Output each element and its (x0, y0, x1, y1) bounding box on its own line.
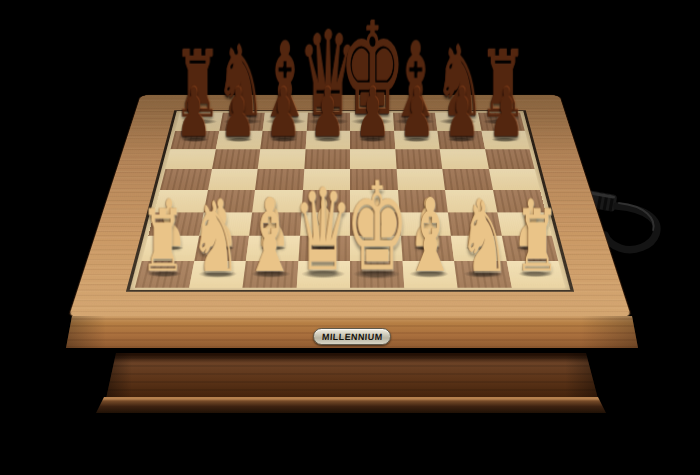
white-knight[interactable]: ♞ (459, 189, 510, 286)
black-pawn[interactable]: ♟ (399, 79, 434, 147)
square-b1[interactable]: ♞ (189, 261, 246, 288)
black-pawn[interactable]: ♟ (176, 79, 211, 147)
square-e1[interactable]: ♚ (350, 261, 404, 288)
square-c7[interactable]: ♟ (260, 131, 306, 150)
black-pawn[interactable]: ♟ (310, 79, 345, 147)
square-g6[interactable] (440, 149, 489, 169)
square-h1[interactable]: ♜ (506, 261, 565, 288)
square-c1[interactable]: ♝ (242, 261, 297, 288)
chess-computer-photo: ♜♞♝♛♚♝♞♜♟♟♟♟♟♟♟♟♟♟♟♟♟♟♟♟♜♞♝♛♚♝♞♜ MILLENN… (0, 0, 700, 475)
square-h7[interactable]: ♟ (481, 131, 529, 150)
white-rook[interactable]: ♜ (140, 199, 185, 285)
board-grid: ♜♞♝♛♚♝♞♜♟♟♟♟♟♟♟♟♟♟♟♟♟♟♟♟♜♞♝♛♚♝♞♜ (135, 113, 565, 288)
square-a1[interactable]: ♜ (135, 261, 194, 288)
square-f7[interactable]: ♟ (394, 131, 440, 150)
square-a6[interactable] (165, 149, 215, 169)
square-g7[interactable]: ♟ (437, 131, 484, 150)
playing-area: ♜♞♝♛♚♝♞♜♟♟♟♟♟♟♟♟♟♟♟♟♟♟♟♟♜♞♝♛♚♝♞♜ (126, 110, 574, 292)
chess-board: ♜♞♝♛♚♝♞♜♟♟♟♟♟♟♟♟♟♟♟♟♟♟♟♟♜♞♝♛♚♝♞♜ (68, 95, 631, 318)
square-b7[interactable]: ♟ (215, 131, 262, 150)
white-rook[interactable]: ♜ (515, 199, 560, 285)
white-knight[interactable]: ♞ (191, 189, 242, 286)
square-b6[interactable] (212, 149, 261, 169)
white-king[interactable]: ♚ (345, 166, 409, 288)
square-a7[interactable]: ♟ (170, 131, 218, 150)
board-base-drawer (102, 347, 600, 399)
board-base-plinth (96, 397, 606, 413)
square-f1[interactable]: ♝ (402, 261, 457, 288)
white-queen[interactable]: ♛ (294, 174, 353, 287)
square-h6[interactable] (485, 149, 535, 169)
square-g1[interactable]: ♞ (454, 261, 511, 288)
board-front-face: MILLENNIUM (66, 316, 638, 348)
black-pawn[interactable]: ♟ (265, 79, 300, 147)
millennium-badge: MILLENNIUM (313, 328, 391, 345)
badge-label: MILLENNIUM (321, 332, 382, 342)
black-pawn[interactable]: ♟ (221, 79, 256, 147)
black-pawn[interactable]: ♟ (489, 79, 524, 147)
square-d1[interactable]: ♛ (296, 261, 350, 288)
square-d7[interactable]: ♟ (305, 131, 350, 150)
black-pawn[interactable]: ♟ (355, 79, 390, 147)
square-e7[interactable]: ♟ (350, 131, 395, 150)
white-bishop[interactable]: ♝ (243, 185, 296, 287)
white-bishop[interactable]: ♝ (404, 185, 457, 287)
black-pawn[interactable]: ♟ (444, 79, 479, 147)
